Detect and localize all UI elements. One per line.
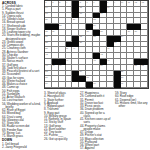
cell-number: 41 [107, 47, 109, 50]
cell-number: 29 [128, 30, 130, 33]
cell-number: 20 [45, 18, 47, 21]
cell-number: 9 [114, 1, 115, 4]
grid-cell[interactable] [141, 82, 148, 88]
down-clue-list-start: 1. Deli bread2. Jazzy Fitzgerald [2, 143, 43, 150]
cell-number: 1 [45, 1, 46, 4]
crossword-grid: 1234567891011121314151617181920212223242… [44, 0, 149, 89]
cell-number: 8 [107, 1, 108, 4]
cell-number: 56 [45, 76, 47, 79]
cell-number: 57 [86, 76, 88, 79]
cell-number: 43 [100, 53, 102, 56]
cell-number: 54 [80, 70, 82, 73]
cell-number: 36 [80, 41, 82, 44]
grid-cell[interactable] [59, 82, 66, 88]
grid-cell[interactable] [72, 82, 79, 88]
grid-cell[interactable] [134, 82, 141, 88]
clue-item: 26. Got up quickly [44, 138, 77, 141]
cell-number: 16 [107, 6, 109, 9]
cell-number: 28 [100, 30, 102, 33]
cell-number: 38 [45, 47, 47, 50]
cell-number: 21 [73, 18, 75, 21]
cell-number: 15 [80, 6, 82, 9]
cell-number: 45 [93, 59, 95, 62]
cell-number: 23 [59, 24, 61, 27]
down-clue-column-a: 3. Sheet of glass4. Hourglass fill5. Sta… [44, 92, 77, 150]
black-cell [86, 82, 93, 88]
cell-number: 22 [93, 18, 95, 21]
cell-number: 14 [45, 6, 47, 9]
across-clue-list: 1. Corded fabric5. Plays a part9. Sudden… [2, 5, 43, 138]
black-cell [114, 82, 121, 88]
cell-number: 26 [52, 30, 54, 33]
grid-cell[interactable] [100, 82, 107, 88]
grid-cell[interactable] [79, 82, 86, 88]
cell-number: 10 [121, 1, 123, 4]
cell-number: 61 [121, 82, 123, 85]
grid-cell[interactable] [107, 82, 114, 88]
cell-number: 3 [59, 1, 60, 4]
cell-number: 44 [66, 59, 68, 62]
cell-number: 53 [45, 70, 47, 73]
puzzle-page: ACROSS 1. Corded fabric5. Plays a part9.… [0, 0, 150, 150]
cell-number: 35 [45, 41, 47, 44]
cell-number: 24 [93, 24, 95, 27]
cell-number: 34 [121, 35, 123, 38]
cell-number: 13 [141, 1, 143, 4]
cell-number: 25 [45, 30, 47, 33]
down-clue-column-c: 59. Story60. Roof edge61. Depend (on)65.… [115, 92, 148, 150]
cell-number: 18 [80, 12, 82, 15]
cell-number: 51 [135, 64, 137, 67]
cell-number: 6 [86, 1, 87, 4]
clue-item: 65. Historic time, like any other [115, 102, 148, 109]
cell-number: 7 [93, 1, 94, 4]
cell-number: 48 [52, 64, 54, 67]
cell-number: 32 [80, 35, 82, 38]
cell-number: 2 [52, 1, 53, 4]
cell-number: 31 [45, 35, 47, 38]
left-clue-column: ACROSS 1. Corded fabric5. Plays a part9.… [2, 1, 43, 149]
grid-cell[interactable]: 59 [45, 82, 52, 88]
cell-number: 58 [121, 76, 123, 79]
cell-number: 59 [45, 82, 47, 85]
cell-number: 4 [66, 1, 67, 4]
cell-number: 42 [45, 53, 47, 56]
cell-number: 50 [100, 64, 102, 67]
grid-cell[interactable] [52, 82, 59, 88]
cell-number: 52 [141, 64, 143, 67]
clue-item: 2. Jazzy Fitzgerald [2, 146, 43, 149]
grid-cell[interactable] [127, 82, 134, 88]
grid-cell[interactable]: 61 [121, 82, 128, 88]
cell-number: 60 [93, 82, 95, 85]
cell-number: 17 [45, 12, 47, 15]
cell-number: 11 [128, 1, 130, 4]
cell-number: 55 [121, 70, 123, 73]
cell-number: 12 [135, 1, 137, 4]
cell-number: 46 [107, 59, 109, 62]
cell-number: 5 [80, 1, 81, 4]
cell-number: 40 [73, 47, 75, 50]
cell-number: 33 [93, 35, 95, 38]
grid-cell[interactable]: 60 [93, 82, 100, 88]
cell-number: 30 [135, 30, 137, 33]
bottom-clue-columns: 3. Sheet of glass4. Hourglass fill5. Sta… [44, 92, 150, 150]
cell-number: 47 [45, 64, 47, 67]
down-clue-column-b: 27. Happiness29. Contend with it31. Perm… [80, 92, 112, 150]
cell-number: 49 [59, 64, 61, 67]
cell-number: 37 [114, 41, 116, 44]
cell-number: 27 [86, 30, 88, 33]
grid-cell[interactable] [66, 82, 73, 88]
cell-number: 39 [66, 47, 68, 50]
cell-number: 19 [100, 12, 102, 15]
crossword-grid-cells: 1234567891011121314151617181920212223242… [45, 1, 148, 88]
